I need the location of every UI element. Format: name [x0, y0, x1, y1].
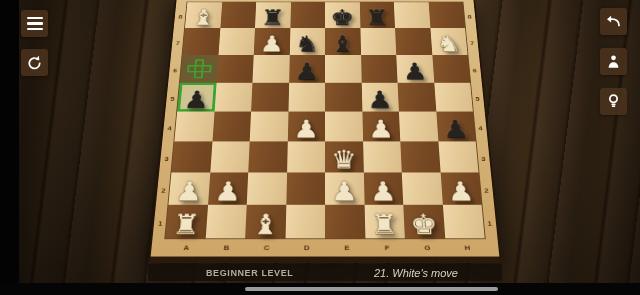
square-d3[interactable] — [287, 141, 325, 172]
square-b1[interactable] — [205, 205, 246, 239]
square-e1[interactable] — [325, 205, 365, 239]
rank-label-4: 4 — [473, 113, 488, 143]
square-d5[interactable] — [288, 83, 325, 112]
piece-white-pawn[interactable]: ♟ — [440, 176, 481, 207]
file-label-h: H — [447, 244, 488, 252]
square-c4[interactable] — [250, 112, 288, 142]
board-grid: ♝♜♚♜♟♞♝♞♟♟♟♟♟♟♟♛♟♟♟♟♟♜♝♜♚ — [165, 2, 484, 238]
person-icon — [604, 52, 623, 71]
square-a1[interactable]: ♜ — [165, 205, 207, 239]
rank-label-7: 7 — [465, 30, 479, 57]
square-g2[interactable] — [402, 172, 443, 204]
piece-black-rook[interactable]: ♜ — [359, 5, 395, 30]
hamburger-icon — [27, 17, 43, 31]
square-c7[interactable]: ♟ — [254, 28, 290, 55]
square-b8[interactable] — [220, 2, 256, 28]
square-b3[interactable] — [210, 141, 250, 172]
square-c6[interactable] — [252, 55, 289, 83]
piece-white-pawn[interactable]: ♟ — [363, 176, 403, 207]
piece-white-rook[interactable]: ♜ — [364, 208, 405, 240]
square-h5[interactable] — [434, 83, 473, 112]
gesture-handle[interactable] — [245, 287, 498, 291]
left-letterbox — [0, 0, 19, 295]
square-g7[interactable] — [395, 28, 432, 55]
square-b2[interactable]: ♟ — [208, 172, 249, 204]
square-e6[interactable] — [325, 55, 361, 83]
piece-white-rook[interactable]: ♜ — [165, 208, 207, 240]
piece-white-knight[interactable]: ♞ — [430, 31, 467, 56]
square-e2[interactable]: ♟ — [325, 172, 364, 204]
last-move-from-marker — [180, 55, 218, 83]
status-bar: BEGINNER LEVEL 21. White's move — [148, 264, 502, 281]
file-labels: ABCDEFGH — [166, 244, 488, 252]
square-d4[interactable]: ♟ — [287, 112, 325, 142]
piece-white-bishop[interactable]: ♝ — [185, 5, 222, 30]
file-label-e: E — [327, 244, 367, 252]
square-a6[interactable] — [180, 55, 218, 83]
file-label-g: G — [407, 244, 448, 252]
square-a8[interactable]: ♝ — [185, 2, 222, 28]
square-d8[interactable] — [290, 2, 325, 28]
hint-button[interactable] — [600, 88, 627, 115]
piece-black-pawn[interactable]: ♟ — [436, 115, 476, 143]
square-g8[interactable] — [394, 2, 430, 28]
rank-label-1: 1 — [482, 206, 498, 240]
file-label-d: D — [287, 244, 327, 252]
restart-button[interactable] — [21, 49, 48, 76]
square-h6[interactable] — [432, 55, 470, 83]
rank-label-6: 6 — [468, 56, 482, 84]
square-g5[interactable] — [398, 83, 436, 112]
square-h1[interactable] — [442, 205, 484, 239]
file-label-b: B — [206, 244, 247, 252]
square-c3[interactable] — [248, 141, 287, 172]
square-b4[interactable] — [212, 112, 251, 142]
rank-label-2: 2 — [479, 174, 495, 206]
piece-white-pawn[interactable]: ♟ — [168, 176, 209, 207]
chess-board: ♝♜♚♜♟♞♝♞♟♟♟♟♟♟♟♛♟♟♟♟♟♜♝♜♚ ABCDEFGH 87654… — [148, 0, 502, 263]
square-e4[interactable] — [325, 112, 363, 142]
square-f6[interactable] — [361, 55, 398, 83]
restart-icon — [25, 53, 44, 72]
square-f3[interactable] — [363, 141, 402, 172]
piece-white-pawn[interactable]: ♟ — [254, 31, 290, 56]
rank-label-8: 8 — [174, 4, 188, 30]
square-b6[interactable] — [216, 55, 254, 83]
piece-white-pawn[interactable]: ♟ — [287, 115, 325, 143]
square-c8[interactable]: ♜ — [255, 2, 291, 28]
piece-black-rook[interactable]: ♜ — [255, 5, 291, 30]
square-h8[interactable] — [428, 2, 465, 28]
square-e5[interactable] — [325, 83, 362, 112]
piece-black-king[interactable]: ♚ — [325, 5, 360, 30]
square-e7[interactable]: ♝ — [325, 28, 361, 55]
square-h7[interactable]: ♞ — [430, 28, 468, 55]
square-c1[interactable]: ♝ — [245, 205, 286, 239]
square-f2[interactable]: ♟ — [363, 172, 403, 204]
square-e3[interactable]: ♛ — [325, 141, 363, 172]
piece-black-pawn[interactable]: ♟ — [177, 86, 216, 113]
square-d6[interactable]: ♟ — [289, 55, 325, 83]
move-indicator: 21. White's move — [374, 267, 458, 279]
file-label-a: A — [166, 244, 207, 252]
square-g3[interactable] — [400, 141, 440, 172]
square-f5[interactable]: ♟ — [361, 83, 399, 112]
piece-white-pawn[interactable]: ♟ — [325, 176, 364, 207]
square-b7[interactable] — [218, 28, 255, 55]
undo-button[interactable] — [600, 8, 627, 35]
file-label-f: F — [367, 244, 407, 252]
square-c5[interactable] — [251, 83, 289, 112]
piece-black-pawn[interactable]: ♟ — [289, 58, 325, 84]
square-h2[interactable]: ♟ — [440, 172, 481, 204]
square-h3[interactable] — [438, 141, 479, 172]
square-d7[interactable]: ♞ — [289, 28, 325, 55]
square-f4[interactable]: ♟ — [362, 112, 400, 142]
square-a4[interactable] — [174, 112, 214, 142]
piece-black-pawn[interactable]: ♟ — [361, 86, 399, 113]
piece-black-knight[interactable]: ♞ — [289, 31, 325, 56]
piece-black-bishop[interactable]: ♝ — [325, 31, 361, 56]
square-d1[interactable] — [285, 205, 325, 239]
piece-white-pawn[interactable]: ♟ — [362, 115, 400, 143]
square-f1[interactable]: ♜ — [364, 205, 405, 239]
piece-white-bishop[interactable]: ♝ — [245, 208, 286, 240]
square-c2[interactable] — [247, 172, 287, 204]
piece-white-king[interactable]: ♚ — [403, 208, 444, 240]
square-a2[interactable]: ♟ — [168, 172, 209, 204]
square-d2[interactable] — [286, 172, 325, 204]
square-b5[interactable] — [214, 83, 252, 112]
lightbulb-icon — [604, 92, 623, 111]
player-button[interactable] — [600, 48, 627, 75]
square-a3[interactable] — [171, 141, 212, 172]
rank-label-5: 5 — [470, 84, 485, 113]
rank-label-8: 8 — [463, 4, 477, 30]
square-a5[interactable]: ♟ — [177, 83, 216, 112]
file-label-c: C — [247, 244, 287, 252]
menu-button[interactable] — [21, 10, 48, 37]
piece-white-pawn[interactable]: ♟ — [207, 176, 248, 207]
square-g6[interactable]: ♟ — [396, 55, 434, 83]
square-h4[interactable]: ♟ — [436, 112, 476, 142]
square-g4[interactable] — [399, 112, 438, 142]
board-frame: ♝♜♚♜♟♞♝♞♟♟♟♟♟♟♟♛♟♟♟♟♟♜♝♜♚ ABCDEFGH 87654… — [148, 0, 502, 263]
square-e8[interactable]: ♚ — [325, 2, 360, 28]
level-label: BEGINNER LEVEL — [206, 268, 293, 278]
piece-white-queen[interactable]: ♛ — [325, 145, 363, 175]
undo-arrow-icon — [604, 12, 623, 31]
rank-label-3: 3 — [476, 143, 491, 174]
square-f8[interactable]: ♜ — [359, 2, 395, 28]
square-f7[interactable] — [360, 28, 396, 55]
square-g1[interactable]: ♚ — [403, 205, 444, 239]
square-a7[interactable] — [182, 28, 220, 55]
piece-black-pawn[interactable]: ♟ — [396, 58, 434, 84]
